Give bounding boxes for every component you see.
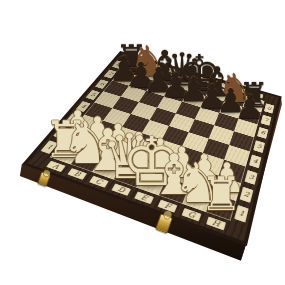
coord-label: B	[67, 168, 87, 180]
scene: ABCDEFGH8877665544332211ABCDEFGH	[53, 0, 285, 275]
board-perspective-wrapper: ABCDEFGH8877665544332211ABCDEFGH	[53, 0, 285, 275]
coord-label: E	[134, 191, 154, 204]
coord-label: 2	[240, 187, 253, 203]
coord-label: F	[157, 199, 177, 213]
coord-label: 5	[253, 140, 264, 153]
coord-label: H	[206, 216, 226, 230]
coord-label: 6	[257, 127, 268, 139]
coord-label: G	[181, 208, 201, 222]
coord-label: D	[111, 183, 131, 196]
coord-label: 3	[245, 170, 257, 185]
chess-set-photo: ABCDEFGH8877665544332211ABCDEFGH ♜♞♟♝♛♟♚…	[0, 0, 285, 285]
coord-label: 4	[249, 155, 261, 169]
coord-label: 1	[235, 205, 249, 222]
coord-label: 8	[264, 103, 274, 113]
coord-label: C	[89, 175, 109, 188]
coord-label: 7	[261, 115, 271, 126]
coord-label: A	[46, 160, 66, 172]
